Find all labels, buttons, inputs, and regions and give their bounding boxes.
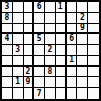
cell-r6c5[interactable] (45, 56, 56, 67)
cell-r5c4[interactable] (34, 45, 45, 56)
cell-r7c4[interactable] (34, 67, 45, 78)
cell-r8c6[interactable] (56, 77, 67, 88)
cell-r8c3: 9 (24, 77, 35, 88)
given-digit: 3 (15, 46, 20, 54)
given-digit: 9 (26, 78, 31, 86)
cell-r4c2[interactable] (13, 34, 24, 45)
cell-r5c5: 2 (45, 45, 56, 56)
cell-r3c9[interactable] (88, 24, 99, 35)
given-digit: 5 (37, 35, 42, 43)
cell-r4c1: 4 (2, 34, 13, 45)
cell-r1c9[interactable] (88, 2, 99, 13)
given-digit: 2 (80, 14, 85, 22)
cell-r2c4[interactable] (34, 13, 45, 24)
cell-r7c1[interactable] (2, 67, 13, 78)
cell-r5c6[interactable] (56, 45, 67, 56)
cell-r1c3[interactable] (24, 2, 35, 13)
cell-r3c5[interactable] (45, 24, 56, 35)
cell-r6c9[interactable] (88, 56, 99, 67)
cell-r5c9[interactable] (88, 45, 99, 56)
cell-r9c8[interactable] (77, 88, 88, 99)
given-digit: 4 (4, 35, 9, 43)
cell-r3c6[interactable] (56, 24, 67, 35)
cell-r6c6[interactable] (56, 56, 67, 67)
cell-r3c2[interactable] (13, 24, 24, 35)
cell-r7c9[interactable] (88, 67, 99, 78)
cell-r9c3[interactable] (24, 88, 35, 99)
cell-r8c4[interactable] (34, 77, 45, 88)
cell-r5c2: 3 (13, 45, 24, 56)
sudoku-board: 36182945632128197 (0, 0, 101, 101)
cell-r9c9[interactable] (88, 88, 99, 99)
cell-r6c2[interactable] (13, 56, 24, 67)
given-digit: 2 (26, 68, 31, 76)
cell-r2c6[interactable] (56, 13, 67, 24)
cell-r1c6: 1 (56, 2, 67, 13)
given-digit: 1 (15, 78, 20, 86)
cell-r6c1[interactable] (2, 56, 13, 67)
cell-r8c2: 1 (13, 77, 24, 88)
cell-r7c7[interactable] (67, 67, 78, 78)
cell-r1c8[interactable] (77, 2, 88, 13)
cell-r2c8: 2 (77, 13, 88, 24)
cell-r2c1: 8 (2, 13, 13, 24)
cell-r5c3[interactable] (24, 45, 35, 56)
cell-r2c2[interactable] (13, 13, 24, 24)
cell-r3c3[interactable] (24, 24, 35, 35)
cell-r8c9[interactable] (88, 77, 99, 88)
cell-r9c4: 7 (34, 88, 45, 99)
cell-r6c7: 1 (67, 56, 78, 67)
cell-r8c1[interactable] (2, 77, 13, 88)
cell-r1c4: 6 (34, 2, 45, 13)
cell-r1c5[interactable] (45, 2, 56, 13)
given-digit: 6 (37, 3, 42, 11)
cell-r2c3[interactable] (24, 13, 35, 24)
cell-r7c6[interactable] (56, 67, 67, 78)
cell-r5c8[interactable] (77, 45, 88, 56)
given-digit: 1 (69, 56, 74, 64)
cell-r4c3[interactable] (24, 34, 35, 45)
cell-r6c8[interactable] (77, 56, 88, 67)
cell-r4c7: 6 (67, 34, 78, 45)
cell-r3c7[interactable] (67, 24, 78, 35)
cell-r2c7[interactable] (67, 13, 78, 24)
given-digit: 8 (48, 68, 53, 76)
cell-r1c1: 3 (2, 2, 13, 13)
cell-r8c5[interactable] (45, 77, 56, 88)
cell-r9c7[interactable] (67, 88, 78, 99)
given-digit: 3 (4, 3, 9, 11)
cell-r4c6[interactable] (56, 34, 67, 45)
cell-r2c9[interactable] (88, 13, 99, 24)
cell-r9c6[interactable] (56, 88, 67, 99)
cell-r7c2[interactable] (13, 67, 24, 78)
cell-r3c8: 9 (77, 24, 88, 35)
cell-r6c3[interactable] (24, 56, 35, 67)
cell-r5c7[interactable] (67, 45, 78, 56)
cell-r7c8[interactable] (77, 67, 88, 78)
cell-r9c2[interactable] (13, 88, 24, 99)
cell-r8c7[interactable] (67, 77, 78, 88)
cell-r4c8[interactable] (77, 34, 88, 45)
cell-r3c1[interactable] (2, 24, 13, 35)
cell-r8c8[interactable] (77, 77, 88, 88)
cell-r4c9[interactable] (88, 34, 99, 45)
given-digit: 2 (48, 46, 53, 54)
cell-r6c4[interactable] (34, 56, 45, 67)
cell-r7c3: 2 (24, 67, 35, 78)
cell-r4c4: 5 (34, 34, 45, 45)
cell-r2c5[interactable] (45, 13, 56, 24)
cell-r3c4[interactable] (34, 24, 45, 35)
cell-r1c2[interactable] (13, 2, 24, 13)
cell-r9c5[interactable] (45, 88, 56, 99)
given-digit: 6 (69, 35, 74, 43)
given-digit: 1 (58, 3, 63, 11)
cell-r4c5[interactable] (45, 34, 56, 45)
given-digit: 8 (4, 14, 9, 22)
cell-r1c7[interactable] (67, 2, 78, 13)
cell-r5c1[interactable] (2, 45, 13, 56)
given-digit: 7 (37, 90, 42, 98)
cell-r7c5: 8 (45, 67, 56, 78)
given-digit: 9 (80, 24, 85, 32)
cell-r9c1[interactable] (2, 88, 13, 99)
